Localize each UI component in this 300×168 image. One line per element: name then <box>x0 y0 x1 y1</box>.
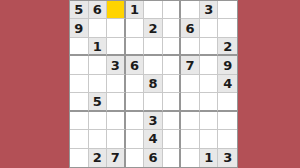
cell-r5c8[interactable] <box>200 75 219 93</box>
cell-r9c7[interactable] <box>181 149 200 167</box>
cell-r4c4[interactable]: 6 <box>126 56 145 74</box>
cell-r3c2[interactable]: 1 <box>89 38 108 56</box>
cell-r3c4[interactable] <box>126 38 145 56</box>
cell-r6c6[interactable] <box>163 93 182 111</box>
cell-r8c9[interactable] <box>218 130 237 148</box>
cell-r1c3[interactable] <box>107 1 126 19</box>
cell-r7c9[interactable] <box>218 112 237 130</box>
cell-r6c3[interactable] <box>107 93 126 111</box>
cell-r3c7[interactable] <box>181 38 200 56</box>
cell-r3c5[interactable] <box>144 38 163 56</box>
cell-r7c7[interactable] <box>181 112 200 130</box>
cell-r8c3[interactable] <box>107 130 126 148</box>
cell-r1c8[interactable]: 3 <box>200 1 219 19</box>
cell-r9c4[interactable] <box>126 149 145 167</box>
cell-r2c8[interactable] <box>200 19 219 37</box>
cell-r4c2[interactable] <box>89 56 108 74</box>
sudoku-board: 56139261236798453427613 <box>69 0 238 168</box>
cell-r1c9[interactable] <box>218 1 237 19</box>
cell-r3c3[interactable] <box>107 38 126 56</box>
cell-r5c7[interactable] <box>181 75 200 93</box>
cell-r5c9[interactable]: 4 <box>218 75 237 93</box>
cell-r4c1[interactable] <box>70 56 89 74</box>
cell-r1c6[interactable] <box>163 1 182 19</box>
cell-r7c4[interactable] <box>126 112 145 130</box>
cell-r1c5[interactable] <box>144 1 163 19</box>
cell-r4c5[interactable] <box>144 56 163 74</box>
cell-r4c9[interactable]: 9 <box>218 56 237 74</box>
cell-r6c4[interactable] <box>126 93 145 111</box>
cell-r9c1[interactable] <box>70 149 89 167</box>
cell-r5c2[interactable] <box>89 75 108 93</box>
cell-r7c3[interactable] <box>107 112 126 130</box>
cell-r2c3[interactable] <box>107 19 126 37</box>
sudoku-app: 56139261236798453427613 <box>0 0 300 168</box>
cell-r9c8[interactable]: 1 <box>200 149 219 167</box>
cell-r6c9[interactable] <box>218 93 237 111</box>
cell-r6c8[interactable] <box>200 93 219 111</box>
cell-r4c6[interactable] <box>163 56 182 74</box>
cell-r9c9[interactable]: 3 <box>218 149 237 167</box>
cell-r8c6[interactable] <box>163 130 182 148</box>
cell-r9c5[interactable]: 6 <box>144 149 163 167</box>
cell-r3c6[interactable] <box>163 38 182 56</box>
cell-r2c7[interactable]: 6 <box>181 19 200 37</box>
cell-r8c1[interactable] <box>70 130 89 148</box>
cell-r4c3[interactable]: 3 <box>107 56 126 74</box>
cell-r7c5[interactable]: 3 <box>144 112 163 130</box>
cell-r4c8[interactable] <box>200 56 219 74</box>
cell-r5c5[interactable]: 8 <box>144 75 163 93</box>
cell-r8c2[interactable] <box>89 130 108 148</box>
cell-r8c8[interactable] <box>200 130 219 148</box>
cell-r9c6[interactable] <box>163 149 182 167</box>
cell-r1c1[interactable]: 5 <box>70 1 89 19</box>
cell-r2c6[interactable] <box>163 19 182 37</box>
cell-r7c1[interactable] <box>70 112 89 130</box>
cell-r2c9[interactable] <box>218 19 237 37</box>
cell-r7c8[interactable] <box>200 112 219 130</box>
cell-r5c6[interactable] <box>163 75 182 93</box>
cell-r2c1[interactable]: 9 <box>70 19 89 37</box>
cell-r9c3[interactable]: 7 <box>107 149 126 167</box>
cell-r8c4[interactable] <box>126 130 145 148</box>
cell-r4c7[interactable]: 7 <box>181 56 200 74</box>
cell-r1c7[interactable] <box>181 1 200 19</box>
cell-r3c8[interactable] <box>200 38 219 56</box>
cell-r6c7[interactable] <box>181 93 200 111</box>
cell-r7c2[interactable] <box>89 112 108 130</box>
cell-r5c3[interactable] <box>107 75 126 93</box>
cell-r6c1[interactable] <box>70 93 89 111</box>
cell-r9c2[interactable]: 2 <box>89 149 108 167</box>
cell-r2c5[interactable]: 2 <box>144 19 163 37</box>
cell-r6c2[interactable]: 5 <box>89 93 108 111</box>
cell-r6c5[interactable] <box>144 93 163 111</box>
cell-r5c1[interactable] <box>70 75 89 93</box>
cell-r2c2[interactable] <box>89 19 108 37</box>
cell-r2c4[interactable] <box>126 19 145 37</box>
cell-r5c4[interactable] <box>126 75 145 93</box>
cell-r3c9[interactable]: 2 <box>218 38 237 56</box>
cell-r8c5[interactable]: 4 <box>144 130 163 148</box>
cell-r7c6[interactable] <box>163 112 182 130</box>
cell-r1c4[interactable]: 1 <box>126 1 145 19</box>
cell-r8c7[interactable] <box>181 130 200 148</box>
cell-r3c1[interactable] <box>70 38 89 56</box>
cell-r1c2[interactable]: 6 <box>89 1 108 19</box>
